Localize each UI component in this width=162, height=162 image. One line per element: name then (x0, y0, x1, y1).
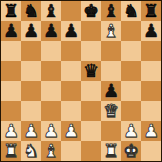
square-c3[interactable] (41, 101, 61, 121)
square-b1[interactable]: ♞ (21, 141, 41, 161)
square-g5[interactable] (121, 61, 141, 81)
white-pawn[interactable]: ♟ (123, 121, 139, 141)
square-a8[interactable]: ♜ (1, 1, 21, 21)
square-d8[interactable] (61, 1, 81, 21)
square-e3[interactable] (81, 101, 101, 121)
black-bishop[interactable]: ♝ (43, 1, 59, 21)
square-g7[interactable] (121, 21, 141, 41)
square-g4[interactable] (121, 81, 141, 101)
square-d2[interactable]: ♟ (61, 121, 81, 141)
square-f4[interactable]: ♟ (101, 81, 121, 101)
square-c2[interactable]: ♟ (41, 121, 61, 141)
white-pawn[interactable]: ♟ (63, 121, 79, 141)
square-g1[interactable]: ♚ (121, 141, 141, 161)
square-c4[interactable] (41, 81, 61, 101)
square-f1[interactable]: ♜ (101, 141, 121, 161)
square-b6[interactable] (21, 41, 41, 61)
square-f2[interactable] (101, 121, 121, 141)
square-a6[interactable] (1, 41, 21, 61)
square-f3[interactable]: ♛ (101, 101, 121, 121)
square-c1[interactable]: ♝ (41, 141, 61, 161)
square-a4[interactable] (1, 81, 21, 101)
white-pawn[interactable]: ♟ (23, 121, 39, 141)
black-pawn[interactable]: ♟ (23, 21, 39, 41)
square-b4[interactable] (21, 81, 41, 101)
square-e8[interactable]: ♚ (81, 1, 101, 21)
square-e1[interactable] (81, 141, 101, 161)
white-pawn[interactable]: ♟ (43, 121, 59, 141)
white-rook[interactable]: ♜ (103, 141, 119, 161)
black-pawn[interactable]: ♟ (43, 21, 59, 41)
square-f6[interactable] (101, 41, 121, 61)
square-a1[interactable]: ♜ (1, 141, 21, 161)
white-pawn[interactable]: ♟ (3, 121, 19, 141)
square-f8[interactable]: ♝ (101, 1, 121, 21)
square-e5[interactable]: ♛ (81, 61, 101, 81)
black-pawn[interactable]: ♟ (143, 21, 159, 41)
square-g3[interactable] (121, 101, 141, 121)
black-queen[interactable]: ♛ (83, 61, 99, 81)
white-knight[interactable]: ♞ (23, 141, 39, 161)
square-h1[interactable] (141, 141, 161, 161)
black-pawn[interactable]: ♟ (103, 81, 119, 101)
square-e4[interactable] (81, 81, 101, 101)
square-d3[interactable] (61, 101, 81, 121)
square-b8[interactable]: ♞ (21, 1, 41, 21)
square-a2[interactable]: ♟ (1, 121, 21, 141)
square-h8[interactable]: ♜ (141, 1, 161, 21)
black-king[interactable]: ♚ (83, 1, 99, 21)
square-e7[interactable] (81, 21, 101, 41)
white-pawn[interactable]: ♟ (143, 121, 159, 141)
square-b3[interactable] (21, 101, 41, 121)
square-g2[interactable]: ♟ (121, 121, 141, 141)
square-b7[interactable]: ♟ (21, 21, 41, 41)
black-rook[interactable]: ♜ (3, 1, 19, 21)
white-bishop[interactable]: ♝ (43, 141, 59, 161)
square-h2[interactable]: ♟ (141, 121, 161, 141)
square-c5[interactable] (41, 61, 61, 81)
square-c8[interactable]: ♝ (41, 1, 61, 21)
square-e6[interactable] (81, 41, 101, 61)
square-h5[interactable] (141, 61, 161, 81)
square-d5[interactable] (61, 61, 81, 81)
black-rook[interactable]: ♜ (143, 1, 159, 21)
white-king[interactable]: ♚ (123, 141, 139, 161)
square-c6[interactable] (41, 41, 61, 61)
square-f5[interactable] (101, 61, 121, 81)
black-pawn[interactable]: ♟ (3, 21, 19, 41)
square-a7[interactable]: ♟ (1, 21, 21, 41)
square-g8[interactable]: ♞ (121, 1, 141, 21)
square-g6[interactable] (121, 41, 141, 61)
square-f7[interactable]: ♝ (101, 21, 121, 41)
chess-board: ♜♞♝♚♝♞♜♟♟♟♟♝♟♛♟♛♟♟♟♟♟♟♜♞♝♜♚ (0, 0, 162, 162)
square-h6[interactable] (141, 41, 161, 61)
square-a3[interactable] (1, 101, 21, 121)
square-e2[interactable] (81, 121, 101, 141)
square-h4[interactable] (141, 81, 161, 101)
square-h3[interactable] (141, 101, 161, 121)
black-pawn[interactable]: ♟ (63, 21, 79, 41)
black-knight[interactable]: ♞ (23, 1, 39, 21)
square-c7[interactable]: ♟ (41, 21, 61, 41)
white-rook[interactable]: ♜ (3, 141, 19, 161)
square-d6[interactable] (61, 41, 81, 61)
black-bishop[interactable]: ♝ (103, 1, 119, 21)
square-d4[interactable] (61, 81, 81, 101)
square-a5[interactable] (1, 61, 21, 81)
square-b5[interactable] (21, 61, 41, 81)
white-queen[interactable]: ♛ (103, 101, 119, 121)
square-d7[interactable]: ♟ (61, 21, 81, 41)
square-d1[interactable] (61, 141, 81, 161)
black-knight[interactable]: ♞ (123, 1, 139, 21)
square-h7[interactable]: ♟ (141, 21, 161, 41)
white-bishop[interactable]: ♝ (103, 21, 119, 41)
square-b2[interactable]: ♟ (21, 121, 41, 141)
